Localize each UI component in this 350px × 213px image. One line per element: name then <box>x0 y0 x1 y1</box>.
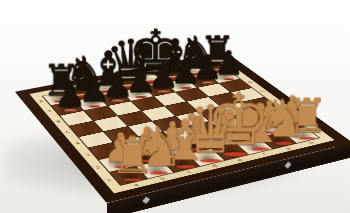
metal-clasp-icon: ❖ <box>284 159 292 171</box>
square-a7[interactable]: ♟ <box>51 101 83 115</box>
black-pawn-a7[interactable]: ♟ <box>44 76 98 112</box>
metal-clasp-icon: ❖ <box>142 194 151 207</box>
white-rook-a1[interactable]: ♜ <box>102 129 163 180</box>
chess-set-photo: abcdefgh abcdefgh 87654321 87654321 ♜♞♝♛… <box>0 0 350 213</box>
